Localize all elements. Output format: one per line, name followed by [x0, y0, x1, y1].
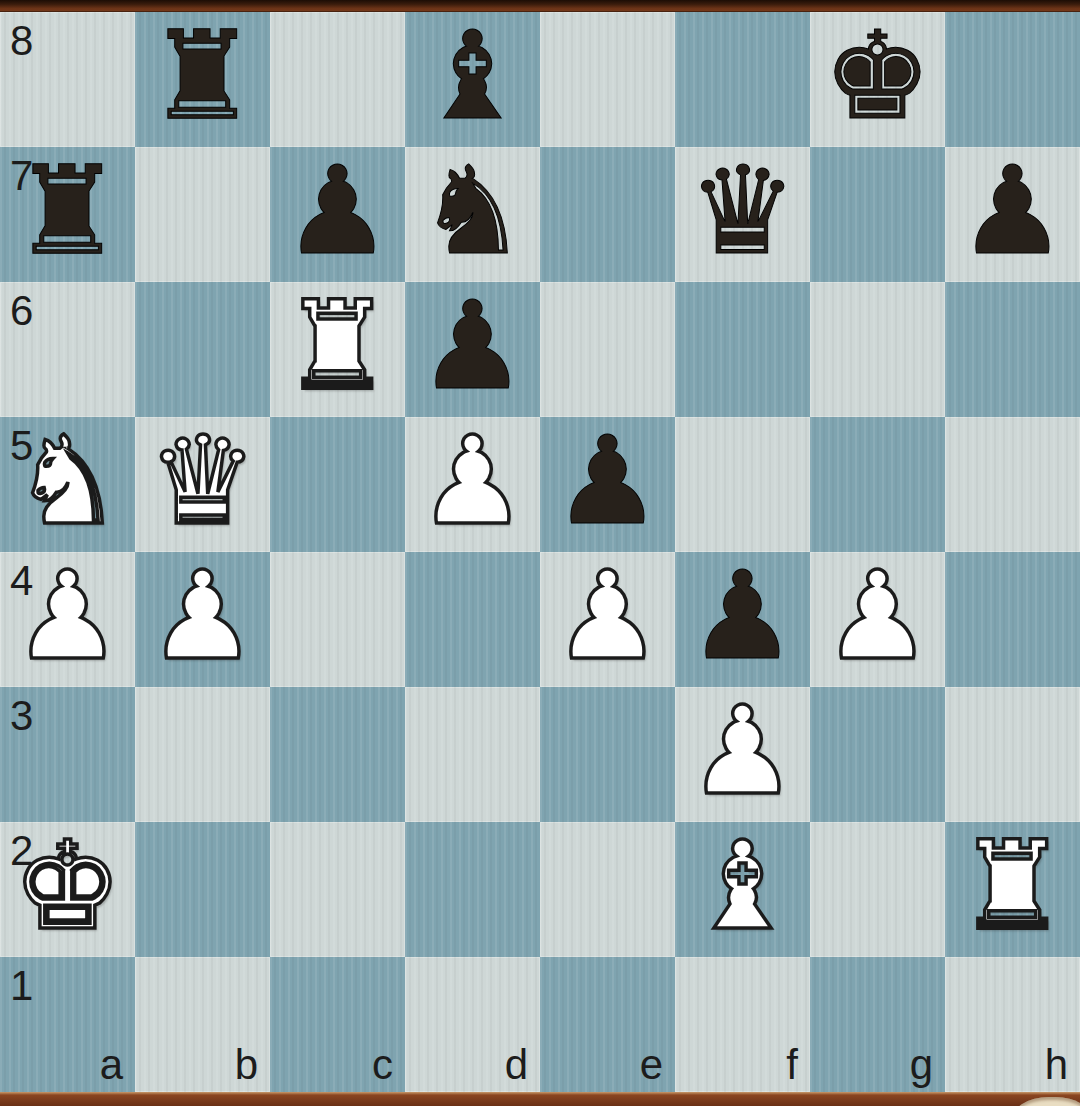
board-frame-bottom — [0, 1092, 1080, 1106]
square-h5[interactable] — [945, 417, 1080, 552]
white-pawn-icon[interactable]: ♟ — [823, 555, 932, 677]
square-d1[interactable]: d — [405, 957, 540, 1092]
square-h7[interactable]: ♟ — [945, 147, 1080, 282]
file-label-g: g — [910, 1044, 933, 1086]
white-pawn-icon[interactable]: ♟ — [418, 420, 527, 542]
square-d7[interactable]: ♞ — [405, 147, 540, 282]
square-a8[interactable]: 8 — [0, 12, 135, 147]
square-b2[interactable] — [135, 822, 270, 957]
rank-label-4: 4 — [10, 560, 33, 602]
black-knight-icon[interactable]: ♞ — [418, 150, 527, 272]
square-h8[interactable] — [945, 12, 1080, 147]
rank-label-2: 2 — [10, 830, 33, 872]
white-queen-icon[interactable]: ♛ — [148, 420, 257, 542]
square-d3[interactable] — [405, 687, 540, 822]
square-d4[interactable] — [405, 552, 540, 687]
black-pawn-icon[interactable]: ♟ — [553, 420, 662, 542]
square-g4[interactable]: ♟ — [810, 552, 945, 687]
square-f7[interactable]: ♛ — [675, 147, 810, 282]
square-a2[interactable]: ♚2 — [0, 822, 135, 957]
black-queen-icon[interactable]: ♛ — [688, 150, 797, 272]
square-e4[interactable]: ♟ — [540, 552, 675, 687]
square-a4[interactable]: ♟4 — [0, 552, 135, 687]
square-b8[interactable]: ♜ — [135, 12, 270, 147]
square-e3[interactable] — [540, 687, 675, 822]
rank-label-7: 7 — [10, 155, 33, 197]
square-e7[interactable] — [540, 147, 675, 282]
square-g8[interactable]: ♚ — [810, 12, 945, 147]
file-label-e: e — [640, 1044, 663, 1086]
file-label-f: f — [786, 1044, 798, 1086]
white-bishop-icon[interactable]: ♝ — [688, 825, 797, 947]
white-pawn-icon[interactable]: ♟ — [553, 555, 662, 677]
square-e6[interactable] — [540, 282, 675, 417]
square-g5[interactable] — [810, 417, 945, 552]
black-pawn-icon[interactable]: ♟ — [418, 285, 527, 407]
square-c5[interactable] — [270, 417, 405, 552]
square-d6[interactable]: ♟ — [405, 282, 540, 417]
square-g3[interactable] — [810, 687, 945, 822]
black-pawn-icon[interactable]: ♟ — [283, 150, 392, 272]
file-label-d: d — [505, 1044, 528, 1086]
square-a6[interactable]: 6 — [0, 282, 135, 417]
square-f2[interactable]: ♝ — [675, 822, 810, 957]
square-c1[interactable]: c — [270, 957, 405, 1092]
square-d2[interactable] — [405, 822, 540, 957]
square-c8[interactable] — [270, 12, 405, 147]
square-a5[interactable]: ♞5 — [0, 417, 135, 552]
square-a1[interactable]: 1a — [0, 957, 135, 1092]
chess-board: 8♜♝♚♜7♟♞♛♟6♜♟♞5♛♟♟♟4♟♟♟♟3♟♚2♝♜1abcdefgh — [0, 12, 1080, 1092]
square-h2[interactable]: ♜ — [945, 822, 1080, 957]
white-rook-icon[interactable]: ♜ — [958, 825, 1067, 947]
square-e8[interactable] — [540, 12, 675, 147]
square-f1[interactable]: f — [675, 957, 810, 1092]
square-g7[interactable] — [810, 147, 945, 282]
square-f4[interactable]: ♟ — [675, 552, 810, 687]
black-pawn-icon[interactable]: ♟ — [958, 150, 1067, 272]
square-e5[interactable]: ♟ — [540, 417, 675, 552]
square-f5[interactable] — [675, 417, 810, 552]
square-h1[interactable]: h — [945, 957, 1080, 1092]
black-pawn-icon[interactable]: ♟ — [688, 555, 797, 677]
white-pawn-icon[interactable]: ♟ — [688, 690, 797, 812]
rank-label-5: 5 — [10, 425, 33, 467]
rank-label-3: 3 — [10, 695, 33, 737]
file-label-a: a — [100, 1044, 123, 1086]
square-b3[interactable] — [135, 687, 270, 822]
black-bishop-icon[interactable]: ♝ — [418, 15, 527, 137]
square-f6[interactable] — [675, 282, 810, 417]
square-a3[interactable]: 3 — [0, 687, 135, 822]
chess-app-screen: 8♜♝♚♜7♟♞♛♟6♜♟♞5♛♟♟♟4♟♟♟♟3♟♚2♝♜1abcdefgh — [0, 0, 1080, 1106]
square-a7[interactable]: ♜7 — [0, 147, 135, 282]
file-label-b: b — [235, 1044, 258, 1086]
rank-label-1: 1 — [10, 965, 33, 1007]
square-e2[interactable] — [540, 822, 675, 957]
square-f3[interactable]: ♟ — [675, 687, 810, 822]
square-b6[interactable] — [135, 282, 270, 417]
square-h3[interactable] — [945, 687, 1080, 822]
square-f8[interactable] — [675, 12, 810, 147]
square-c2[interactable] — [270, 822, 405, 957]
square-b7[interactable] — [135, 147, 270, 282]
square-h4[interactable] — [945, 552, 1080, 687]
black-king-icon[interactable]: ♚ — [823, 15, 932, 137]
square-c7[interactable]: ♟ — [270, 147, 405, 282]
white-pawn-icon[interactable]: ♟ — [148, 555, 257, 677]
file-label-c: c — [372, 1044, 393, 1086]
square-c6[interactable]: ♜ — [270, 282, 405, 417]
file-label-h: h — [1045, 1044, 1068, 1086]
square-g2[interactable] — [810, 822, 945, 957]
square-e1[interactable]: e — [540, 957, 675, 1092]
square-g6[interactable] — [810, 282, 945, 417]
white-rook-icon[interactable]: ♜ — [283, 285, 392, 407]
square-d8[interactable]: ♝ — [405, 12, 540, 147]
black-rook-icon[interactable]: ♜ — [148, 15, 257, 137]
captured-piece-tray-peek — [1012, 1097, 1080, 1106]
square-b1[interactable]: b — [135, 957, 270, 1092]
square-c3[interactable] — [270, 687, 405, 822]
square-c4[interactable] — [270, 552, 405, 687]
square-b5[interactable]: ♛ — [135, 417, 270, 552]
square-g1[interactable]: g — [810, 957, 945, 1092]
square-b4[interactable]: ♟ — [135, 552, 270, 687]
square-d5[interactable]: ♟ — [405, 417, 540, 552]
square-h6[interactable] — [945, 282, 1080, 417]
rank-label-8: 8 — [10, 20, 33, 62]
rank-label-6: 6 — [10, 290, 33, 332]
